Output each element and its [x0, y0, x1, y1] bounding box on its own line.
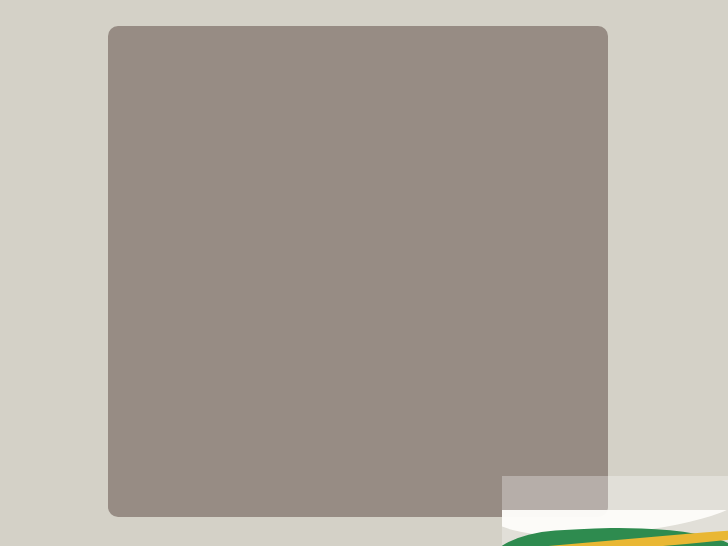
board-2048[interactable] [108, 26, 608, 517]
watermark-banner [502, 510, 728, 546]
page [0, 0, 728, 546]
watermark [502, 476, 728, 546]
board-grid [124, 42, 592, 501]
